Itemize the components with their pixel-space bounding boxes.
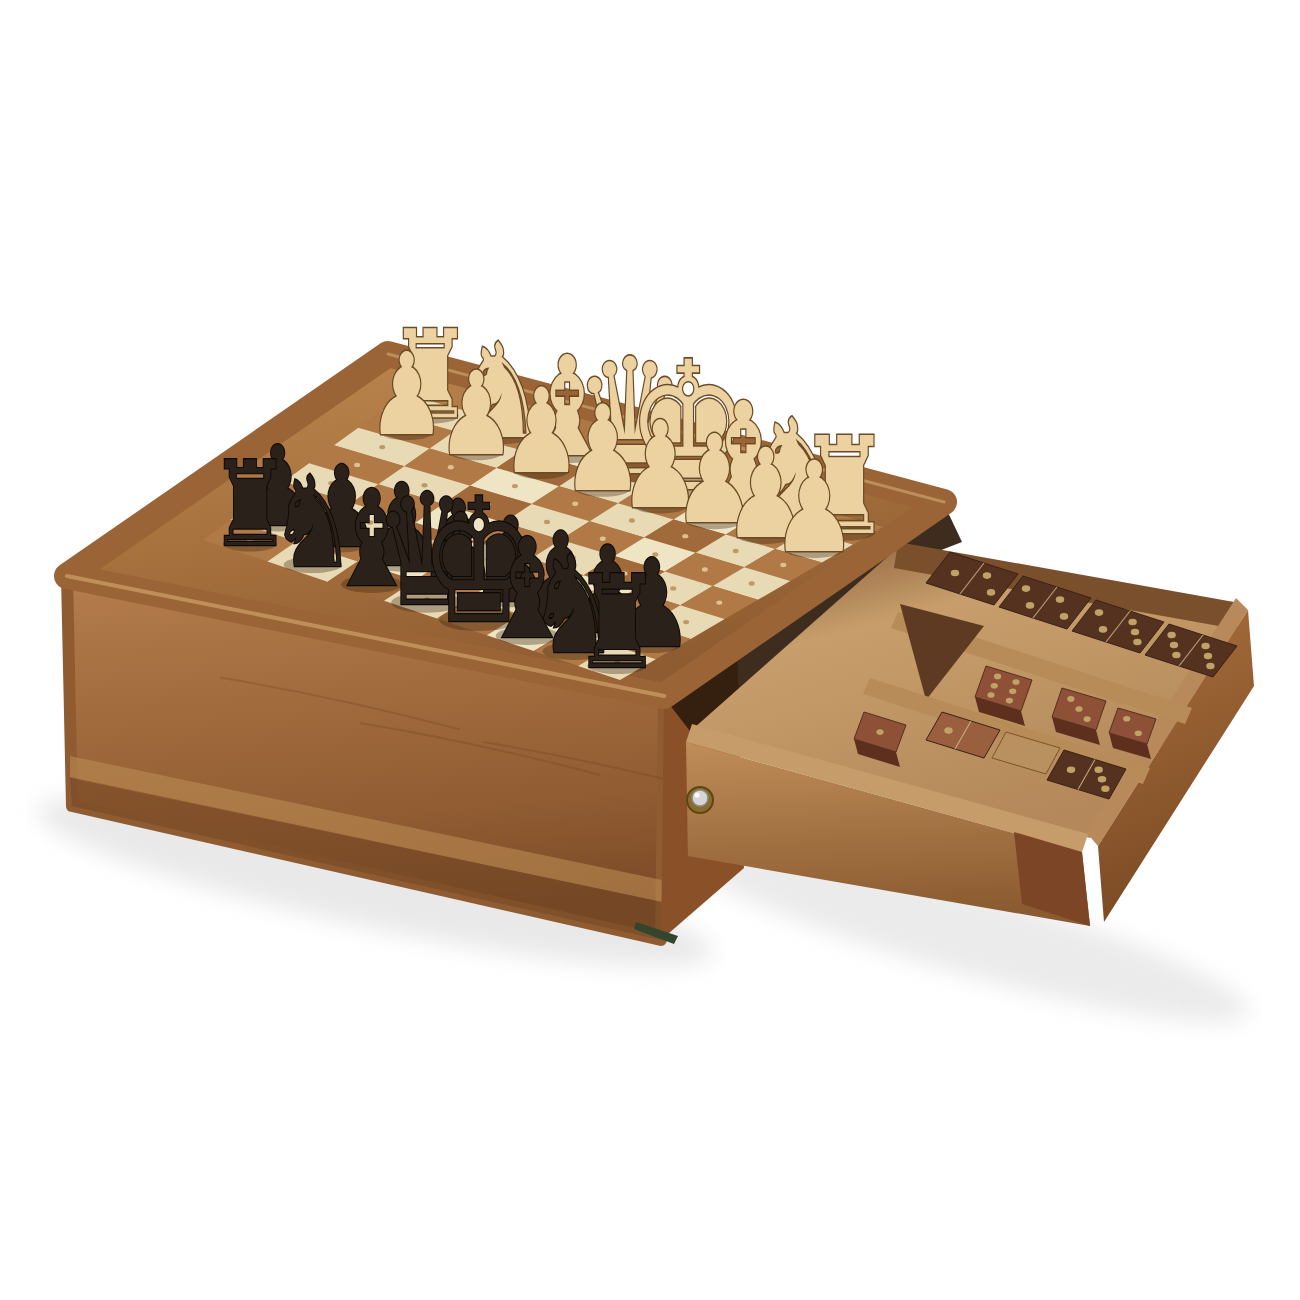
- domino-1-2-pip: [951, 570, 959, 577]
- domino-3-3-pip: [1201, 643, 1209, 650]
- peg-hole-h4: [749, 581, 755, 585]
- die-6-pip: [994, 674, 1001, 680]
- die-6-pip: [1012, 679, 1019, 685]
- knob-highlight: [694, 792, 699, 797]
- domino-1-3-pip: [1094, 766, 1102, 773]
- peg-hole-h5: [716, 600, 722, 604]
- domino-2-3-pip: [1099, 626, 1107, 633]
- die-6-pip: [991, 683, 998, 689]
- domino-1-0-pip: [944, 727, 952, 734]
- die-2-pip: [1135, 730, 1142, 736]
- die-3-pip: [1084, 716, 1091, 722]
- drawer-knob[interactable]: [692, 790, 708, 806]
- domino-1-3-pip: [1067, 766, 1075, 773]
- domino-1-3-pip: [1098, 776, 1106, 783]
- domino-2-2-pip: [1026, 602, 1034, 609]
- domino-3-3-pip: [1170, 642, 1178, 649]
- peg-hole-g4: [702, 567, 708, 571]
- piece-white-pawn-h2[interactable]: ♟: [771, 434, 857, 580]
- die-6-pip: [987, 692, 994, 698]
- domino-2-3-pip: [1131, 629, 1139, 636]
- piece-black-rook-h8[interactable]: ♜: [573, 547, 662, 697]
- die-6-pip: [1006, 698, 1013, 704]
- domino-2-3-pip: [1095, 609, 1103, 616]
- domino-3-3-pip: [1206, 663, 1214, 670]
- domino-3-3-pip: [1167, 632, 1175, 639]
- domino-1-3-pip: [1101, 785, 1109, 792]
- die-3-pip: [1075, 706, 1082, 712]
- scene-canvas: ♜♞♝♛♚♝♞♜♟♟♟♟♟♟♟♟♟♟♟♟♟♟♟♟♜♞♝♛♚♝♞♜: [0, 0, 1300, 1300]
- domino-1-2-pip: [983, 572, 991, 579]
- die-3-pip: [1067, 696, 1074, 702]
- domino-1-2-pip: [987, 589, 995, 596]
- domino-2-3-pip: [1133, 639, 1141, 646]
- domino-2-2-pip: [1060, 613, 1068, 620]
- die-1-pip: [876, 729, 883, 735]
- chess-box-product-photo: ♜♞♝♛♚♝♞♜♟♟♟♟♟♟♟♟♟♟♟♟♟♟♟♟♜♞♝♛♚♝♞♜: [0, 0, 1300, 1300]
- domino-2-2-pip: [1056, 596, 1064, 603]
- domino-3-3-pip: [1172, 652, 1180, 659]
- domino-2-2-pip: [1022, 585, 1030, 592]
- die-6-pip: [1009, 688, 1016, 694]
- die-2-pip: [1123, 716, 1130, 722]
- domino-3-3-pip: [1204, 653, 1212, 660]
- domino-2-3-pip: [1128, 619, 1136, 626]
